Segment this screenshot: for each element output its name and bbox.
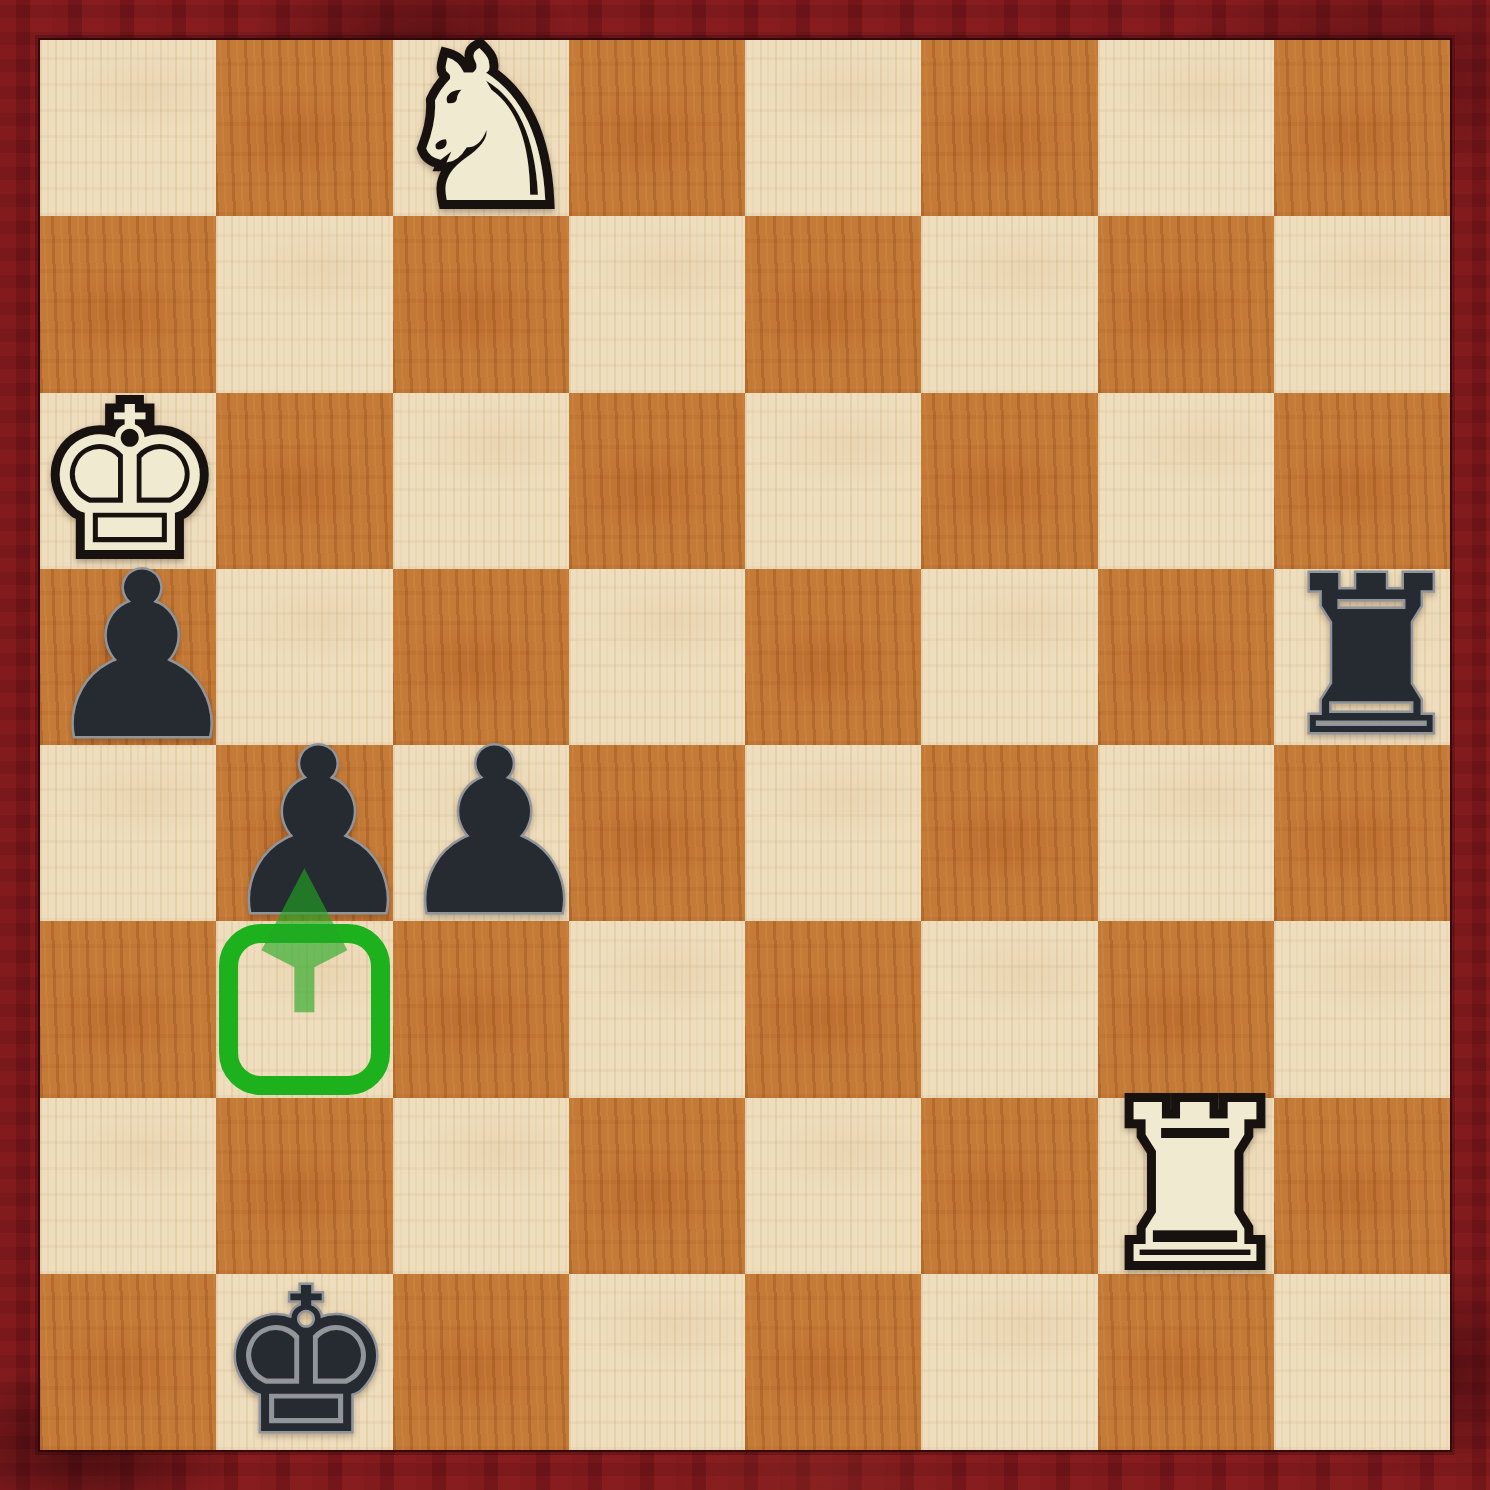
square-d8[interactable]: [569, 40, 745, 216]
square-g5[interactable]: [1098, 569, 1274, 745]
square-e6[interactable]: [745, 393, 921, 569]
square-f5[interactable]: [921, 569, 1097, 745]
square-h1[interactable]: [1274, 1274, 1450, 1450]
piece-black-pawn[interactable]: [216, 745, 392, 921]
square-g8[interactable]: [1098, 40, 1274, 216]
square-b1[interactable]: [216, 1274, 392, 1450]
piece-black-rook[interactable]: [1274, 569, 1450, 745]
square-e4[interactable]: [745, 745, 921, 921]
square-f3[interactable]: [921, 921, 1097, 1097]
board: [40, 40, 1450, 1450]
square-h5[interactable]: [1274, 569, 1450, 745]
square-c4[interactable]: [393, 745, 569, 921]
square-a8[interactable]: [40, 40, 216, 216]
square-a5[interactable]: [40, 569, 216, 745]
board-frame: [0, 0, 1490, 1490]
square-e7[interactable]: [745, 216, 921, 392]
square-e5[interactable]: [745, 569, 921, 745]
piece-black-pawn[interactable]: [393, 745, 569, 921]
square-g7[interactable]: [1098, 216, 1274, 392]
square-c1[interactable]: [393, 1274, 569, 1450]
square-c6[interactable]: [393, 393, 569, 569]
square-f6[interactable]: [921, 393, 1097, 569]
square-d2[interactable]: [569, 1098, 745, 1274]
square-h7[interactable]: [1274, 216, 1450, 392]
square-g6[interactable]: [1098, 393, 1274, 569]
piece-black-pawn[interactable]: [40, 569, 216, 745]
square-f8[interactable]: [921, 40, 1097, 216]
square-e3[interactable]: [745, 921, 921, 1097]
square-e8[interactable]: [745, 40, 921, 216]
square-f7[interactable]: [921, 216, 1097, 392]
square-d7[interactable]: [569, 216, 745, 392]
square-f2[interactable]: [921, 1098, 1097, 1274]
square-h3[interactable]: [1274, 921, 1450, 1097]
square-d6[interactable]: [569, 393, 745, 569]
piece-white-rook[interactable]: [1098, 1098, 1274, 1274]
square-a2[interactable]: [40, 1098, 216, 1274]
square-e1[interactable]: [745, 1274, 921, 1450]
square-d1[interactable]: [569, 1274, 745, 1450]
square-e2[interactable]: [745, 1098, 921, 1274]
square-g2[interactable]: [1098, 1098, 1274, 1274]
square-c2[interactable]: [393, 1098, 569, 1274]
square-c8[interactable]: [393, 40, 569, 216]
piece-black-king[interactable]: [216, 1274, 392, 1450]
square-f1[interactable]: [921, 1274, 1097, 1450]
square-h8[interactable]: [1274, 40, 1450, 216]
square-a1[interactable]: [40, 1274, 216, 1450]
square-g4[interactable]: [1098, 745, 1274, 921]
piece-white-knight[interactable]: [393, 40, 569, 216]
square-b4[interactable]: [216, 745, 392, 921]
square-b7[interactable]: [216, 216, 392, 392]
square-b8[interactable]: [216, 40, 392, 216]
square-h2[interactable]: [1274, 1098, 1450, 1274]
square-f4[interactable]: [921, 745, 1097, 921]
square-a3[interactable]: [40, 921, 216, 1097]
